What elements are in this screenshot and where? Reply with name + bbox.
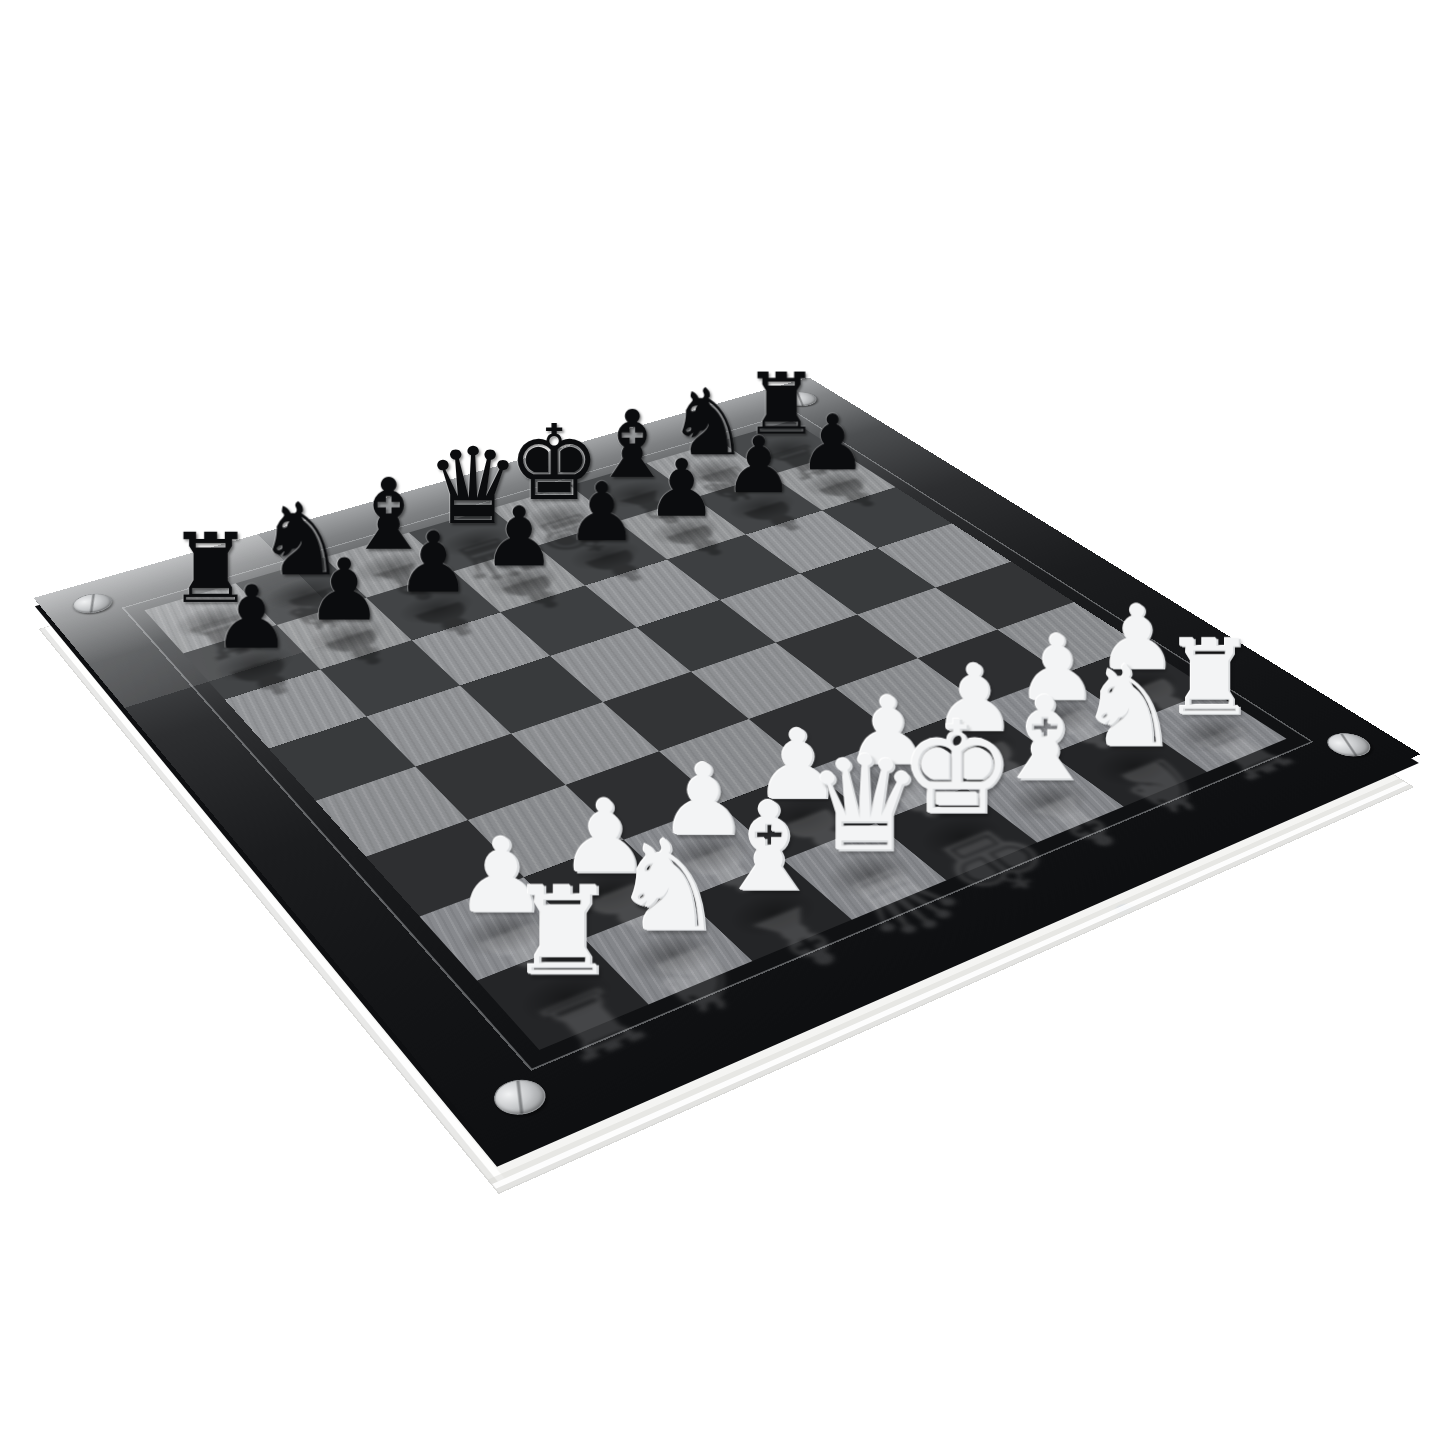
corner-screw-left	[67, 590, 117, 617]
board-3d-scene: ♜♜♞♞♝♝♛♛♚♚♝♝♞♞♜♜♟♟♟♟♟♟♟♟♟♟♟♟♟♟♟♟♟♟♟♟♟♟♟♟…	[34, 377, 1421, 1157]
chess-board-plate: ♜♜♞♞♝♝♛♛♚♚♝♝♞♞♜♜♟♟♟♟♟♟♟♟♟♟♟♟♟♟♟♟♟♟♟♟♟♟♟♟…	[34, 377, 1421, 1157]
corner-screw-near	[485, 1073, 555, 1121]
product-photo-stage: ♜♜♞♞♝♝♛♛♚♚♝♝♞♞♜♜♟♟♟♟♟♟♟♟♟♟♟♟♟♟♟♟♟♟♟♟♟♟♟♟…	[0, 0, 1445, 1445]
corner-screw-right	[1318, 729, 1379, 761]
corner-screw-far	[777, 389, 823, 409]
